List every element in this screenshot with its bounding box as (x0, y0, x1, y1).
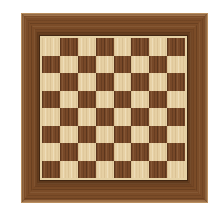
chess-board (21, 13, 208, 203)
square-f2[interactable] (131, 143, 149, 161)
square-h2[interactable] (167, 143, 185, 161)
square-h5[interactable] (167, 91, 185, 109)
square-b8[interactable] (60, 38, 78, 56)
square-c8[interactable] (78, 38, 96, 56)
square-g4[interactable] (149, 108, 167, 126)
square-e6[interactable] (114, 73, 132, 91)
square-g5[interactable] (149, 91, 167, 109)
square-a4[interactable] (42, 108, 60, 126)
square-b3[interactable] (60, 126, 78, 144)
square-g2[interactable] (149, 143, 167, 161)
square-h7[interactable] (167, 56, 185, 74)
square-f4[interactable] (131, 108, 149, 126)
square-f3[interactable] (131, 126, 149, 144)
square-a6[interactable] (42, 73, 60, 91)
square-d3[interactable] (96, 126, 114, 144)
square-f5[interactable] (131, 91, 149, 109)
square-f6[interactable] (131, 73, 149, 91)
square-c3[interactable] (78, 126, 96, 144)
square-h6[interactable] (167, 73, 185, 91)
square-c2[interactable] (78, 143, 96, 161)
square-a3[interactable] (42, 126, 60, 144)
square-e2[interactable] (114, 143, 132, 161)
square-d2[interactable] (96, 143, 114, 161)
square-h8[interactable] (167, 38, 185, 56)
square-a1[interactable] (42, 161, 60, 179)
square-a7[interactable] (42, 56, 60, 74)
square-h3[interactable] (167, 126, 185, 144)
square-c5[interactable] (78, 91, 96, 109)
square-g6[interactable] (149, 73, 167, 91)
square-g8[interactable] (149, 38, 167, 56)
square-d4[interactable] (96, 108, 114, 126)
board-frame-right (187, 14, 207, 202)
square-b2[interactable] (60, 143, 78, 161)
square-a5[interactable] (42, 91, 60, 109)
square-e1[interactable] (114, 161, 132, 179)
square-h4[interactable] (167, 108, 185, 126)
square-c6[interactable] (78, 73, 96, 91)
square-e3[interactable] (114, 126, 132, 144)
square-b4[interactable] (60, 108, 78, 126)
square-b6[interactable] (60, 73, 78, 91)
photo-background (0, 0, 220, 220)
square-h1[interactable] (167, 161, 185, 179)
square-d5[interactable] (96, 91, 114, 109)
board-grid (42, 38, 185, 178)
square-b5[interactable] (60, 91, 78, 109)
square-c7[interactable] (78, 56, 96, 74)
board-frame-top (22, 14, 207, 36)
square-d1[interactable] (96, 161, 114, 179)
square-c4[interactable] (78, 108, 96, 126)
board-frame-bottom (22, 180, 207, 202)
square-f1[interactable] (131, 161, 149, 179)
square-e4[interactable] (114, 108, 132, 126)
square-c1[interactable] (78, 161, 96, 179)
square-d7[interactable] (96, 56, 114, 74)
square-f7[interactable] (131, 56, 149, 74)
square-g7[interactable] (149, 56, 167, 74)
board-frame-left (22, 14, 40, 202)
square-d6[interactable] (96, 73, 114, 91)
square-d8[interactable] (96, 38, 114, 56)
square-e5[interactable] (114, 91, 132, 109)
square-e8[interactable] (114, 38, 132, 56)
square-g1[interactable] (149, 161, 167, 179)
square-e7[interactable] (114, 56, 132, 74)
square-b1[interactable] (60, 161, 78, 179)
square-f8[interactable] (131, 38, 149, 56)
square-a2[interactable] (42, 143, 60, 161)
square-a8[interactable] (42, 38, 60, 56)
square-b7[interactable] (60, 56, 78, 74)
square-g3[interactable] (149, 126, 167, 144)
